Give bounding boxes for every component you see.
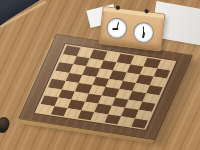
clock-face-left bbox=[105, 17, 128, 40]
clock-left-center-pin bbox=[116, 27, 118, 29]
chess-clock bbox=[98, 6, 165, 51]
clock-face-right bbox=[132, 21, 155, 44]
clock-right-center-pin bbox=[142, 32, 144, 34]
photo-scene bbox=[0, 0, 200, 150]
